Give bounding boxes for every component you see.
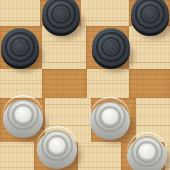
piece-top [92, 28, 130, 66]
white-checker-piece[interactable] [127, 132, 167, 170]
dark-square[interactable] [42, 69, 87, 98]
dark-checker-piece[interactable] [131, 0, 169, 37]
dark-checker-piece[interactable] [42, 0, 80, 37]
piece-top [37, 126, 77, 166]
dark-checker-piece[interactable] [1, 28, 39, 70]
piece-top [127, 132, 167, 170]
dark-square[interactable] [129, 69, 170, 98]
piece-core [49, 138, 64, 153]
checkers-board [0, 0, 170, 170]
piece-core [15, 107, 30, 122]
piece-core [102, 109, 117, 124]
white-checker-piece[interactable] [90, 97, 130, 141]
dark-checker-piece[interactable] [92, 28, 130, 70]
piece-top [90, 97, 130, 137]
white-checker-piece[interactable] [37, 126, 77, 170]
piece-core [139, 144, 154, 159]
piece-top [1, 28, 39, 66]
